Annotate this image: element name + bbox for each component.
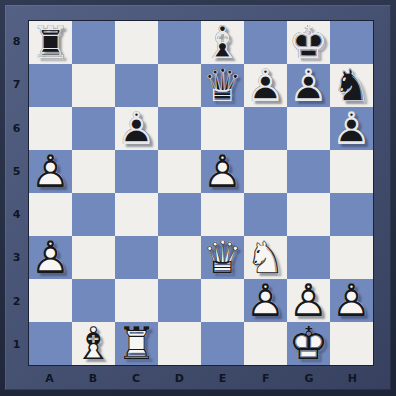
black-pawn-outline-icon: ♙ bbox=[330, 107, 373, 150]
square-a4[interactable] bbox=[29, 193, 72, 236]
rank-label-2: 2 bbox=[5, 280, 28, 323]
square-a2[interactable] bbox=[29, 279, 72, 322]
black-pawn-f7[interactable]: ♟♙ bbox=[244, 64, 287, 107]
file-label-h: H bbox=[331, 367, 374, 389]
square-e4[interactable] bbox=[201, 193, 244, 236]
square-h1[interactable] bbox=[330, 322, 373, 365]
square-b1[interactable]: ♝♗ bbox=[72, 322, 115, 365]
square-b8[interactable] bbox=[72, 21, 115, 64]
square-e5[interactable]: ♟♙ bbox=[201, 150, 244, 193]
white-king-g1[interactable]: ♚♔ bbox=[287, 322, 330, 365]
square-e3[interactable]: ♛♕ bbox=[201, 236, 244, 279]
white-queen-outline-icon: ♕ bbox=[201, 236, 244, 279]
white-knight-f3[interactable]: ♞♘ bbox=[244, 236, 287, 279]
square-a6[interactable] bbox=[29, 107, 72, 150]
black-bishop-e8[interactable]: ♝♗ bbox=[201, 21, 244, 64]
white-pawn-g2[interactable]: ♟♙ bbox=[287, 279, 330, 322]
square-h8[interactable] bbox=[330, 21, 373, 64]
rank-label-5: 5 bbox=[5, 150, 28, 193]
rank-label-8: 8 bbox=[5, 20, 28, 63]
square-c7[interactable] bbox=[115, 64, 158, 107]
square-g8[interactable]: ♚♔ bbox=[287, 21, 330, 64]
black-pawn-outline-icon: ♙ bbox=[244, 64, 287, 107]
file-label-d: D bbox=[158, 367, 201, 389]
white-pawn-outline-icon: ♙ bbox=[244, 279, 287, 322]
square-e2[interactable] bbox=[201, 279, 244, 322]
white-pawn-outline-icon: ♙ bbox=[29, 150, 72, 193]
square-f8[interactable] bbox=[244, 21, 287, 64]
square-g1[interactable]: ♚♔ bbox=[287, 322, 330, 365]
white-pawn-outline-icon: ♙ bbox=[29, 236, 72, 279]
white-pawn-h2[interactable]: ♟♙ bbox=[330, 279, 373, 322]
file-label-e: E bbox=[201, 367, 244, 389]
square-b4[interactable] bbox=[72, 193, 115, 236]
white-bishop-outline-icon: ♗ bbox=[72, 322, 115, 365]
white-pawn-e5[interactable]: ♟♙ bbox=[201, 150, 244, 193]
square-g6[interactable] bbox=[287, 107, 330, 150]
file-label-a: A bbox=[28, 367, 71, 389]
black-pawn-outline-icon: ♙ bbox=[115, 107, 158, 150]
square-f7[interactable]: ♟♙ bbox=[244, 64, 287, 107]
square-f1[interactable] bbox=[244, 322, 287, 365]
black-queen-outline-icon: ♕ bbox=[201, 64, 244, 107]
square-c8[interactable] bbox=[115, 21, 158, 64]
white-pawn-outline-icon: ♙ bbox=[201, 150, 244, 193]
square-f2[interactable]: ♟♙ bbox=[244, 279, 287, 322]
square-f3[interactable]: ♞♘ bbox=[244, 236, 287, 279]
square-e6[interactable] bbox=[201, 107, 244, 150]
black-knight-outline-icon: ♘ bbox=[330, 64, 373, 107]
rank-label-6: 6 bbox=[5, 107, 28, 150]
chess-board[interactable]: ♜♖♝♗♚♔♛♕♟♙♟♙♞♘♟♙♟♙♟♙♟♙♟♙♛♕♞♘♟♙♟♙♟♙♝♗♜♖♚♔ bbox=[28, 20, 374, 366]
square-d2[interactable] bbox=[158, 279, 201, 322]
square-e1[interactable] bbox=[201, 322, 244, 365]
black-rook-outline-icon: ♖ bbox=[29, 21, 72, 64]
white-queen-e3[interactable]: ♛♕ bbox=[201, 236, 244, 279]
white-rook-outline-icon: ♖ bbox=[115, 322, 158, 365]
square-e8[interactable]: ♝♗ bbox=[201, 21, 244, 64]
black-king-outline-icon: ♔ bbox=[287, 21, 330, 64]
chess-diagram: 87654321 ♜♖♝♗♚♔♛♕♟♙♟♙♞♘♟♙♟♙♟♙♟♙♟♙♛♕♞♘♟♙♟… bbox=[0, 0, 396, 396]
rank-label-1: 1 bbox=[5, 323, 28, 366]
square-h6[interactable]: ♟♙ bbox=[330, 107, 373, 150]
square-d8[interactable] bbox=[158, 21, 201, 64]
square-f6[interactable] bbox=[244, 107, 287, 150]
black-bishop-outline-icon: ♗ bbox=[201, 21, 244, 64]
square-g3[interactable] bbox=[287, 236, 330, 279]
square-c3[interactable] bbox=[115, 236, 158, 279]
file-labels: ABCDEFGH bbox=[28, 367, 374, 389]
rank-labels: 87654321 bbox=[5, 20, 28, 366]
file-label-b: B bbox=[71, 367, 114, 389]
square-d6[interactable] bbox=[158, 107, 201, 150]
square-b7[interactable] bbox=[72, 64, 115, 107]
square-c6[interactable]: ♟♙ bbox=[115, 107, 158, 150]
square-a5[interactable]: ♟♙ bbox=[29, 150, 72, 193]
white-rook-c1[interactable]: ♜♖ bbox=[115, 322, 158, 365]
white-pawn-outline-icon: ♙ bbox=[330, 279, 373, 322]
square-a1[interactable] bbox=[29, 322, 72, 365]
square-d5[interactable] bbox=[158, 150, 201, 193]
white-bishop-b1[interactable]: ♝♗ bbox=[72, 322, 115, 365]
square-c1[interactable]: ♜♖ bbox=[115, 322, 158, 365]
square-b2[interactable] bbox=[72, 279, 115, 322]
square-f4[interactable] bbox=[244, 193, 287, 236]
square-c2[interactable] bbox=[115, 279, 158, 322]
square-a3[interactable]: ♟♙ bbox=[29, 236, 72, 279]
square-b5[interactable] bbox=[72, 150, 115, 193]
square-d4[interactable] bbox=[158, 193, 201, 236]
square-g4[interactable] bbox=[287, 193, 330, 236]
white-pawn-f2[interactable]: ♟♙ bbox=[244, 279, 287, 322]
square-h7[interactable]: ♞♘ bbox=[330, 64, 373, 107]
square-g2[interactable]: ♟♙ bbox=[287, 279, 330, 322]
black-pawn-outline-icon: ♙ bbox=[287, 64, 330, 107]
rank-label-4: 4 bbox=[5, 193, 28, 236]
black-rook-a8[interactable]: ♜♖ bbox=[29, 21, 72, 64]
black-pawn-g7[interactable]: ♟♙ bbox=[287, 64, 330, 107]
black-knight-h7[interactable]: ♞♘ bbox=[330, 64, 373, 107]
white-pawn-a5[interactable]: ♟♙ bbox=[29, 150, 72, 193]
black-pawn-h6[interactable]: ♟♙ bbox=[330, 107, 373, 150]
square-f5[interactable] bbox=[244, 150, 287, 193]
square-d1[interactable] bbox=[158, 322, 201, 365]
square-g7[interactable]: ♟♙ bbox=[287, 64, 330, 107]
rank-label-7: 7 bbox=[5, 63, 28, 106]
square-a7[interactable] bbox=[29, 64, 72, 107]
white-pawn-outline-icon: ♙ bbox=[287, 279, 330, 322]
square-d3[interactable] bbox=[158, 236, 201, 279]
square-g5[interactable] bbox=[287, 150, 330, 193]
square-a8[interactable]: ♜♖ bbox=[29, 21, 72, 64]
file-label-g: G bbox=[288, 367, 331, 389]
black-queen-e7[interactable]: ♛♕ bbox=[201, 64, 244, 107]
file-label-c: C bbox=[115, 367, 158, 389]
square-c4[interactable] bbox=[115, 193, 158, 236]
white-knight-outline-icon: ♘ bbox=[244, 236, 287, 279]
square-h2[interactable]: ♟♙ bbox=[330, 279, 373, 322]
square-b6[interactable] bbox=[72, 107, 115, 150]
square-h5[interactable] bbox=[330, 150, 373, 193]
black-pawn-c6[interactable]: ♟♙ bbox=[115, 107, 158, 150]
square-e7[interactable]: ♛♕ bbox=[201, 64, 244, 107]
square-h4[interactable] bbox=[330, 193, 373, 236]
rank-label-3: 3 bbox=[5, 236, 28, 279]
black-king-g8[interactable]: ♚♔ bbox=[287, 21, 330, 64]
square-b3[interactable] bbox=[72, 236, 115, 279]
file-label-f: F bbox=[244, 367, 287, 389]
square-c5[interactable] bbox=[115, 150, 158, 193]
square-d7[interactable] bbox=[158, 64, 201, 107]
square-h3[interactable] bbox=[330, 236, 373, 279]
white-pawn-a3[interactable]: ♟♙ bbox=[29, 236, 72, 279]
white-king-outline-icon: ♔ bbox=[287, 322, 330, 365]
